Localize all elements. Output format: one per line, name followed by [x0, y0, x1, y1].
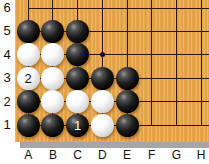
- stone-white-D1[interactable]: [91, 114, 114, 137]
- stone-black-E3[interactable]: [116, 67, 139, 90]
- move-number-label: 1: [66, 114, 89, 137]
- stone-black-B5[interactable]: [41, 20, 64, 43]
- stone-white-B3[interactable]: [41, 67, 64, 90]
- stone-white-B4[interactable]: [41, 43, 64, 66]
- stone-black-A2[interactable]: [17, 90, 40, 113]
- grid-line-vertical-G: [176, 0, 177, 126]
- stone-black-A5[interactable]: [17, 20, 40, 43]
- row-label-5: 5: [0, 23, 14, 39]
- column-label-A: A: [16, 147, 40, 164]
- stone-black-C4[interactable]: [66, 43, 89, 66]
- stone-white-A4[interactable]: [17, 43, 40, 66]
- stone-black-C3[interactable]: [66, 67, 89, 90]
- stone-black-D3[interactable]: [91, 67, 114, 90]
- stone-white-A3[interactable]: 2: [17, 67, 40, 90]
- column-label-G: G: [164, 147, 188, 164]
- grid-line-vertical-F: [151, 0, 152, 126]
- row-label-4: 4: [0, 47, 14, 63]
- stone-black-C1[interactable]: 1: [66, 114, 89, 137]
- column-label-H: H: [189, 147, 209, 164]
- row-label-2: 2: [0, 94, 14, 110]
- row-label-1: 1: [0, 117, 14, 133]
- column-label-D: D: [90, 147, 114, 164]
- goban[interactable]: 21: [15, 0, 209, 142]
- row-label-3: 3: [0, 70, 14, 86]
- row-label-6: 6: [0, 0, 14, 16]
- grid-line-horizontal-6: [28, 8, 209, 9]
- stone-white-D2[interactable]: [91, 90, 114, 113]
- star-point-D4: [100, 52, 105, 57]
- move-number-label: 2: [17, 67, 40, 90]
- stone-white-B2[interactable]: [41, 90, 64, 113]
- grid-line-vertical-H: [201, 0, 202, 126]
- column-label-B: B: [41, 147, 65, 164]
- column-label-C: C: [66, 147, 90, 164]
- go-board-diagram: 21 654321 ABCDEFGH: [0, 0, 209, 164]
- stone-black-A1[interactable]: [17, 114, 40, 137]
- stone-white-C2[interactable]: [66, 90, 89, 113]
- column-label-F: F: [140, 147, 164, 164]
- stone-black-E2[interactable]: [116, 90, 139, 113]
- stone-black-B1[interactable]: [41, 114, 64, 137]
- stone-black-C5[interactable]: [66, 20, 89, 43]
- column-label-E: E: [115, 147, 139, 164]
- stone-black-E1[interactable]: [116, 114, 139, 137]
